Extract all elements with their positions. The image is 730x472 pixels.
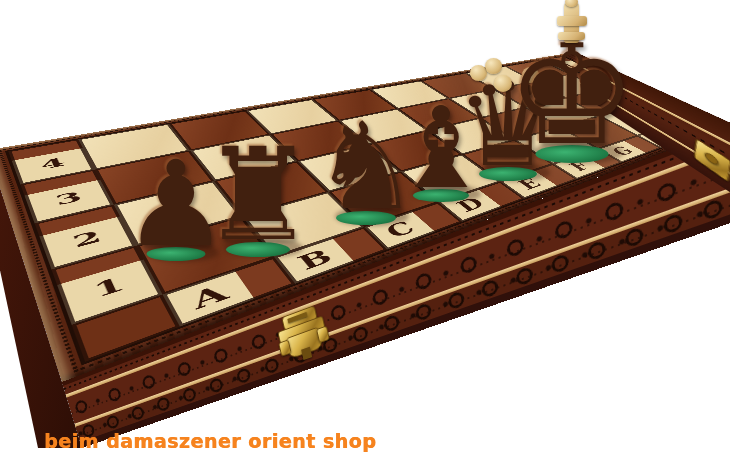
rook-glyph: ♜ [201, 134, 316, 256]
king-finial-cross [557, 16, 587, 26]
king-glyph: ♚ [507, 23, 638, 162]
queen-crown-ball [485, 58, 502, 74]
product-photo-stage: 4 4 3 3 [0, 0, 730, 472]
shop-watermark: beim damaszener orient shop [44, 430, 376, 452]
king-collar [558, 32, 585, 40]
